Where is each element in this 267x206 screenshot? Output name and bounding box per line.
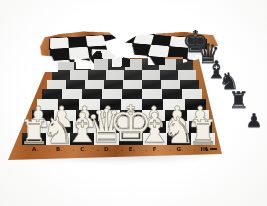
square-c6 <box>85 80 104 90</box>
square-h5 <box>182 89 202 99</box>
square-e6 <box>123 80 142 90</box>
square-h7 <box>178 70 196 80</box>
square-f7 <box>142 70 160 80</box>
square-h6 <box>180 80 199 90</box>
square-a7 <box>52 70 70 80</box>
square-c7 <box>88 70 106 80</box>
white-rook-h1: ♜ <box>186 115 220 149</box>
square-e7 <box>124 70 142 80</box>
square-f6 <box>142 80 161 90</box>
square-a5 <box>42 89 62 99</box>
square-b5 <box>62 89 82 99</box>
square-a6 <box>47 80 66 90</box>
square-g5 <box>162 89 182 99</box>
square-d7 <box>106 70 124 80</box>
square-g6 <box>161 80 180 90</box>
square-d6 <box>104 80 123 90</box>
square-b7 <box>70 70 88 80</box>
product-photo: ABCDEFGH ♞ ♟♟♟♟♟♟♟♟♜♞♝♛♚♝♞♜♚♛♝♞♜♟ <box>0 0 267 206</box>
square-g7 <box>160 70 178 80</box>
black-pawn-display: ♟ <box>245 111 264 130</box>
square-c5 <box>82 89 102 99</box>
square-b6 <box>66 80 85 90</box>
